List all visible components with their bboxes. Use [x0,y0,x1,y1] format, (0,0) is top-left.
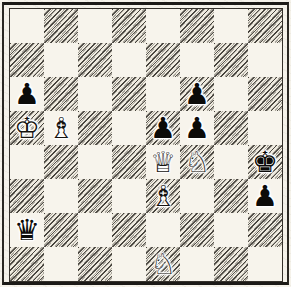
square-g5[interactable] [214,111,248,145]
square-h2[interactable] [248,213,282,247]
square-a7[interactable] [10,43,44,77]
square-f3[interactable] [180,179,214,213]
square-e6[interactable] [146,77,180,111]
square-f4[interactable]: ♘ [180,145,214,179]
square-d2[interactable] [112,213,146,247]
square-h5[interactable] [248,111,282,145]
black-king: ♚ [252,145,278,179]
square-a5[interactable]: ♔ [10,111,44,145]
square-f8[interactable] [180,9,214,43]
square-h4[interactable]: ♚ [248,145,282,179]
square-d8[interactable] [112,9,146,43]
square-e1[interactable]: ♘ [146,247,180,281]
square-a8[interactable] [10,9,44,43]
square-g6[interactable] [214,77,248,111]
white-knight: ♘ [150,247,176,281]
square-h7[interactable] [248,43,282,77]
chess-board: ♟♟♔♗♟♟♕♘♚♗♟♛♘ [9,8,283,282]
square-a4[interactable] [10,145,44,179]
square-c1[interactable] [78,247,112,281]
square-e7[interactable] [146,43,180,77]
square-b4[interactable] [44,145,78,179]
square-h3[interactable]: ♟ [248,179,282,213]
square-e5[interactable]: ♟ [146,111,180,145]
square-b6[interactable] [44,77,78,111]
black-pawn: ♟ [184,77,210,111]
square-d7[interactable] [112,43,146,77]
square-d1[interactable] [112,247,146,281]
square-d6[interactable] [112,77,146,111]
square-b1[interactable] [44,247,78,281]
square-g2[interactable] [214,213,248,247]
white-king: ♔ [14,111,40,145]
square-g8[interactable] [214,9,248,43]
square-e2[interactable] [146,213,180,247]
square-a1[interactable] [10,247,44,281]
square-g1[interactable] [214,247,248,281]
square-e4[interactable]: ♕ [146,145,180,179]
white-queen: ♕ [150,145,176,179]
square-a3[interactable] [10,179,44,213]
white-bishop: ♗ [48,111,74,145]
white-bishop: ♗ [150,179,176,213]
square-e3[interactable]: ♗ [146,179,180,213]
black-queen: ♛ [14,213,40,247]
square-d4[interactable] [112,145,146,179]
white-knight: ♘ [184,145,210,179]
black-pawn: ♟ [184,111,210,145]
square-b5[interactable]: ♗ [44,111,78,145]
square-g7[interactable] [214,43,248,77]
square-a2[interactable]: ♛ [10,213,44,247]
square-f2[interactable] [180,213,214,247]
square-f6[interactable]: ♟ [180,77,214,111]
black-pawn: ♟ [150,111,176,145]
square-h6[interactable] [248,77,282,111]
square-b8[interactable] [44,9,78,43]
square-e8[interactable] [146,9,180,43]
black-pawn: ♟ [14,77,40,111]
square-f5[interactable]: ♟ [180,111,214,145]
square-c6[interactable] [78,77,112,111]
square-c4[interactable] [78,145,112,179]
square-d3[interactable] [112,179,146,213]
square-f1[interactable] [180,247,214,281]
square-f7[interactable] [180,43,214,77]
square-b3[interactable] [44,179,78,213]
square-c2[interactable] [78,213,112,247]
black-pawn: ♟ [252,179,278,213]
square-b2[interactable] [44,213,78,247]
square-g3[interactable] [214,179,248,213]
square-h8[interactable] [248,9,282,43]
square-c7[interactable] [78,43,112,77]
square-c5[interactable] [78,111,112,145]
square-a6[interactable]: ♟ [10,77,44,111]
square-b7[interactable] [44,43,78,77]
square-g4[interactable] [214,145,248,179]
square-c8[interactable] [78,9,112,43]
square-d5[interactable] [112,111,146,145]
square-h1[interactable] [248,247,282,281]
square-c3[interactable] [78,179,112,213]
